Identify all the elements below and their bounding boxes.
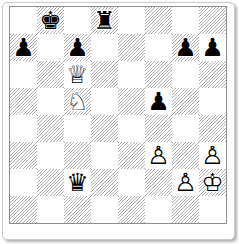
- square-h4: [199, 115, 226, 142]
- square-c3: [64, 142, 91, 169]
- square-b7: [37, 34, 64, 61]
- piece-halo: ♛: [64, 61, 91, 88]
- square-c6: ♛♕: [64, 61, 91, 88]
- piece-halo: ♟: [145, 142, 172, 169]
- square-b2: [37, 169, 64, 196]
- square-e1: [118, 196, 145, 223]
- piece-white-queen: ♕: [64, 61, 91, 88]
- piece-halo: ♟: [199, 142, 226, 169]
- square-c4: [64, 115, 91, 142]
- square-g4: [172, 115, 199, 142]
- square-d2: [91, 169, 118, 196]
- square-e6: [118, 61, 145, 88]
- square-e8: [118, 7, 145, 34]
- square-g7: ♟♟: [172, 34, 199, 61]
- square-d3: [91, 142, 118, 169]
- piece-black-pawn: ♟: [199, 34, 226, 61]
- square-a7: ♟♟: [10, 34, 37, 61]
- square-b4: [37, 115, 64, 142]
- piece-halo: ♞: [64, 88, 91, 115]
- square-b6: [37, 61, 64, 88]
- square-e5: [118, 88, 145, 115]
- piece-halo: ♟: [199, 34, 226, 61]
- square-e3: [118, 142, 145, 169]
- square-e2: [118, 169, 145, 196]
- square-g1: [172, 196, 199, 223]
- square-d4: [91, 115, 118, 142]
- square-c1: [64, 196, 91, 223]
- square-b1: [37, 196, 64, 223]
- square-a1: [10, 196, 37, 223]
- piece-white-knight: ♘: [64, 88, 91, 115]
- piece-black-queen: ♛: [64, 169, 91, 196]
- piece-black-pawn: ♟: [145, 88, 172, 115]
- square-g6: [172, 61, 199, 88]
- square-d1: [91, 196, 118, 223]
- square-a3: [10, 142, 37, 169]
- square-h1: [199, 196, 226, 223]
- square-h3: ♟♙: [199, 142, 226, 169]
- chess-board: ♚♚♜♜♟♟♟♟♟♟♟♟♛♕♞♘♟♟♟♙♟♙♛♛♟♙♚♔: [9, 6, 227, 224]
- square-b5: [37, 88, 64, 115]
- piece-halo: ♛: [64, 169, 91, 196]
- piece-halo: ♟: [172, 34, 199, 61]
- square-f8: [145, 7, 172, 34]
- square-f1: [145, 196, 172, 223]
- square-f5: ♟♟: [145, 88, 172, 115]
- piece-halo: ♟: [145, 88, 172, 115]
- square-a2: [10, 169, 37, 196]
- square-b3: [37, 142, 64, 169]
- square-h8: [199, 7, 226, 34]
- piece-halo: ♚: [199, 169, 226, 196]
- piece-halo: ♜: [91, 7, 118, 34]
- square-g8: [172, 7, 199, 34]
- square-g5: [172, 88, 199, 115]
- square-b8: ♚♚: [37, 7, 64, 34]
- square-f6: [145, 61, 172, 88]
- piece-white-pawn: ♙: [145, 142, 172, 169]
- square-f2: [145, 169, 172, 196]
- square-f7: [145, 34, 172, 61]
- square-a8: [10, 7, 37, 34]
- piece-halo: ♟: [64, 34, 91, 61]
- square-h5: [199, 88, 226, 115]
- square-h6: [199, 61, 226, 88]
- piece-white-pawn: ♙: [199, 142, 226, 169]
- piece-black-king: ♚: [37, 7, 64, 34]
- square-g3: [172, 142, 199, 169]
- square-h7: ♟♟: [199, 34, 226, 61]
- piece-black-pawn: ♟: [10, 34, 37, 61]
- square-d8: ♜♜: [91, 7, 118, 34]
- square-h2: ♚♔: [199, 169, 226, 196]
- piece-white-king: ♔: [199, 169, 226, 196]
- square-c8: [64, 7, 91, 34]
- piece-halo: ♟: [172, 169, 199, 196]
- square-c2: ♛♛: [64, 169, 91, 196]
- square-d5: [91, 88, 118, 115]
- square-g2: ♟♙: [172, 169, 199, 196]
- square-d6: [91, 61, 118, 88]
- square-f3: ♟♙: [145, 142, 172, 169]
- square-a4: [10, 115, 37, 142]
- piece-black-pawn: ♟: [64, 34, 91, 61]
- piece-white-pawn: ♙: [172, 169, 199, 196]
- piece-black-rook: ♜: [91, 7, 118, 34]
- piece-halo: ♚: [37, 7, 64, 34]
- square-c7: ♟♟: [64, 34, 91, 61]
- piece-halo: ♟: [10, 34, 37, 61]
- square-a5: [10, 88, 37, 115]
- square-d7: [91, 34, 118, 61]
- square-e4: [118, 115, 145, 142]
- square-e7: [118, 34, 145, 61]
- square-f4: [145, 115, 172, 142]
- square-a6: [10, 61, 37, 88]
- piece-black-pawn: ♟: [172, 34, 199, 61]
- square-c5: ♞♘: [64, 88, 91, 115]
